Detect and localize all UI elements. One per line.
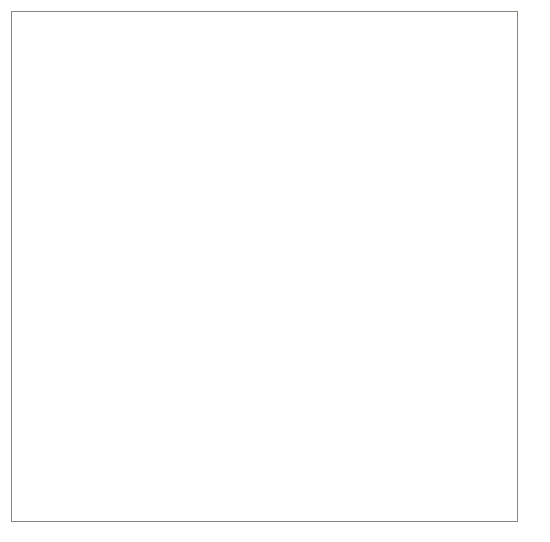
go-board[interactable] [11,11,518,522]
window-frame [0,0,550,542]
board-grid [27,27,519,523]
board-chrome [3,3,546,538]
